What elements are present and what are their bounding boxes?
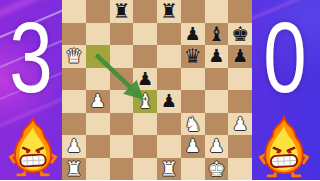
fire-mascot-right xyxy=(256,114,312,180)
square-c7[interactable] xyxy=(110,23,134,46)
piece-black-rook-e8[interactable]: ♜ xyxy=(157,0,181,23)
piece-white-pawn-g2[interactable]: ♟ xyxy=(205,135,229,158)
piece-white-rook-a1[interactable]: ♜ xyxy=(62,158,86,181)
square-g3[interactable] xyxy=(205,113,229,136)
square-d8[interactable] xyxy=(133,0,157,23)
square-b6[interactable] xyxy=(86,45,110,68)
piece-white-pawn-h3[interactable]: ♟ xyxy=(228,113,252,136)
piece-black-queen-f6[interactable]: ♛ xyxy=(181,45,205,68)
piece-white-knight-f3[interactable]: ♞ xyxy=(181,113,205,136)
piece-white-pawn-f2[interactable]: ♟ xyxy=(181,135,205,158)
square-a5[interactable] xyxy=(62,68,86,91)
square-f5[interactable] xyxy=(181,68,205,91)
fire-mascot-graphic xyxy=(11,117,56,175)
square-e5[interactable] xyxy=(157,68,181,91)
piece-white-rook-e1[interactable]: ♜ xyxy=(157,158,181,181)
fire-mascot-left xyxy=(6,114,60,180)
square-c2[interactable] xyxy=(110,135,134,158)
video-frame: 3 0 xyxy=(0,0,320,180)
square-b7[interactable] xyxy=(86,23,110,46)
square-a8[interactable] xyxy=(62,0,86,23)
piece-black-bishop-g7[interactable]: ♝ xyxy=(205,23,229,46)
square-g4[interactable] xyxy=(205,90,229,113)
square-e2[interactable] xyxy=(157,135,181,158)
square-d6[interactable] xyxy=(133,45,157,68)
piece-black-pawn-d5[interactable]: ♟ xyxy=(133,68,157,91)
square-a4[interactable] xyxy=(62,90,86,113)
square-e6[interactable] xyxy=(157,45,181,68)
square-b2[interactable] xyxy=(86,135,110,158)
square-b5[interactable] xyxy=(86,68,110,91)
square-d2[interactable] xyxy=(133,135,157,158)
piece-black-pawn-g6[interactable]: ♟ xyxy=(205,45,229,68)
square-c1[interactable] xyxy=(110,158,134,181)
square-c6[interactable] xyxy=(110,45,134,68)
square-g5[interactable] xyxy=(205,68,229,91)
square-h2[interactable] xyxy=(228,135,252,158)
piece-black-king-h7[interactable]: ♚ xyxy=(228,23,252,46)
square-g8[interactable] xyxy=(205,0,229,23)
square-b1[interactable] xyxy=(86,158,110,181)
piece-black-pawn-e4[interactable]: ♟ xyxy=(157,90,181,113)
square-h1[interactable] xyxy=(228,158,252,181)
square-e3[interactable] xyxy=(157,113,181,136)
piece-black-rook-c8[interactable]: ♜ xyxy=(110,0,134,23)
square-f1[interactable] xyxy=(181,158,205,181)
square-c3[interactable] xyxy=(110,113,134,136)
piece-white-pawn-b4[interactable]: ♟ xyxy=(86,90,110,113)
fire-mascot-graphic xyxy=(261,116,308,176)
piece-white-king-g1[interactable]: ♚ xyxy=(205,158,229,181)
square-e7[interactable] xyxy=(157,23,181,46)
square-d3[interactable] xyxy=(133,113,157,136)
piece-black-pawn-f7[interactable]: ♟ xyxy=(181,23,205,46)
piece-white-queen-a6[interactable]: ♛ xyxy=(62,45,86,68)
square-c4[interactable] xyxy=(110,90,134,113)
piece-white-bishop-d4[interactable]: ♝ xyxy=(133,90,157,113)
score-left: 3 xyxy=(7,0,55,114)
score-right: 0 xyxy=(258,0,313,114)
square-d7[interactable] xyxy=(133,23,157,46)
square-h5[interactable] xyxy=(228,68,252,91)
square-f4[interactable] xyxy=(181,90,205,113)
piece-black-pawn-h6[interactable]: ♟ xyxy=(228,45,252,68)
piece-white-pawn-a2[interactable]: ♟ xyxy=(62,135,86,158)
square-a7[interactable] xyxy=(62,23,86,46)
square-c5[interactable] xyxy=(110,68,134,91)
square-b3[interactable] xyxy=(86,113,110,136)
square-d1[interactable] xyxy=(133,158,157,181)
square-a3[interactable] xyxy=(62,113,86,136)
square-h8[interactable] xyxy=(228,0,252,23)
square-h4[interactable] xyxy=(228,90,252,113)
square-f8[interactable] xyxy=(181,0,205,23)
square-b8[interactable] xyxy=(86,0,110,23)
